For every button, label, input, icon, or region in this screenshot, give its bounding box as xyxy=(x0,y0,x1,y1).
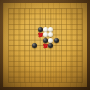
forbidden-x-marker xyxy=(38,33,43,38)
forbidden-x-marker xyxy=(43,43,48,48)
gomoku-board-photo xyxy=(0,0,90,90)
black-stone xyxy=(54,38,59,43)
board-surface[interactable] xyxy=(3,3,87,87)
